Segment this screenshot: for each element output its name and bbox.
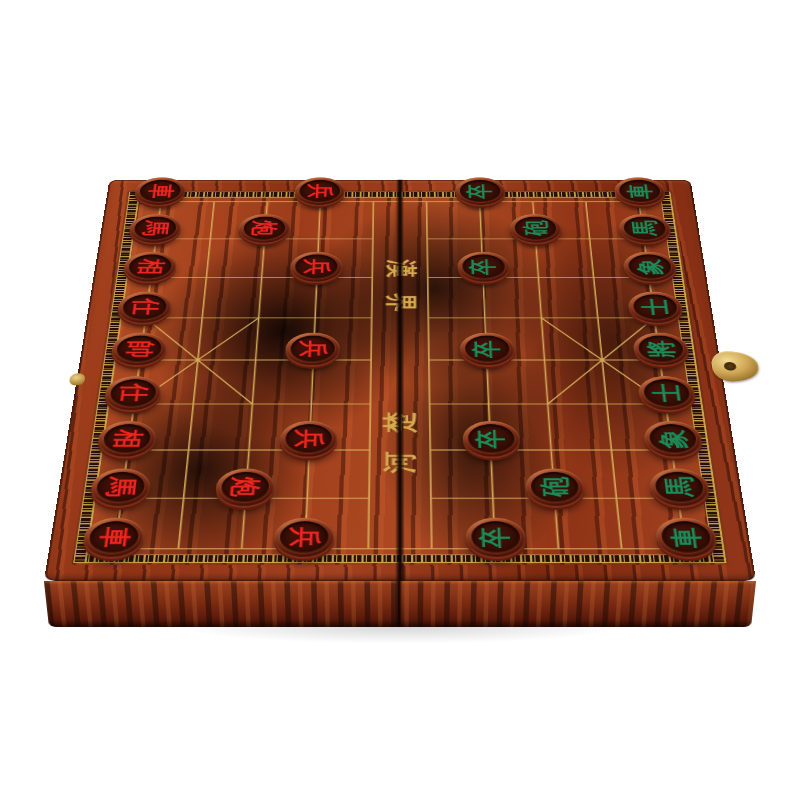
piece-red-advisor[interactable]: 仕: [116, 291, 173, 322]
piece-disc: 車: [81, 518, 146, 557]
piece-character: 車: [146, 184, 175, 199]
piece-green-soldier[interactable]: 卒: [465, 518, 526, 557]
piece-green-cannon[interactable]: 砲: [510, 214, 563, 243]
river-character: 漢: [378, 260, 421, 278]
piece-character: 象: [656, 429, 689, 448]
piece-green-cannon[interactable]: 砲: [525, 468, 586, 505]
piece-green-advisor[interactable]: 士: [627, 291, 684, 322]
piece-character: 相: [135, 259, 165, 275]
piece-disc: 象: [642, 421, 703, 456]
xiangqi-board: 漢 界 楚 河 車馬相仕帥仕相馬車炮炮兵兵兵兵兵卒卒卒卒卒砲砲車馬象士將士象馬車: [44, 180, 756, 581]
piece-disc: 砲: [525, 468, 586, 505]
clasp-hole: [723, 362, 737, 371]
piece-red-soldier[interactable]: 兵: [294, 177, 345, 204]
piece-disc: 相: [122, 252, 178, 282]
piece-green-soldier[interactable]: 卒: [462, 421, 520, 456]
piece-red-soldier[interactable]: 兵: [285, 333, 341, 365]
piece-character: 砲: [539, 477, 572, 497]
piece-character: 士: [651, 384, 683, 402]
piece-disc: 帥: [110, 333, 169, 365]
piece-red-soldier[interactable]: 兵: [274, 518, 335, 557]
piece-green-soldier[interactable]: 卒: [459, 333, 515, 365]
piece-green-advisor[interactable]: 士: [637, 376, 697, 410]
piece-character: 兵: [293, 429, 324, 448]
piece-disc: 相: [96, 421, 157, 456]
piece-red-advisor[interactable]: 仕: [103, 376, 163, 410]
piece-disc: 車: [613, 177, 666, 204]
piece-character: 卒: [466, 184, 493, 199]
piece-character: 馬: [630, 220, 659, 235]
brass-clasp-latch[interactable]: [710, 351, 761, 381]
piece-disc: 將: [632, 333, 691, 365]
piece-green-horse[interactable]: 馬: [618, 214, 673, 243]
piece-disc: 象: [622, 252, 678, 282]
piece-character: 馬: [104, 477, 138, 497]
piece-character: 炮: [250, 220, 278, 235]
piece-red-horse[interactable]: 馬: [128, 214, 183, 243]
piece-green-soldier[interactable]: 卒: [455, 177, 506, 204]
piece-red-chariot[interactable]: 車: [81, 518, 146, 557]
piece-red-general[interactable]: 帥: [110, 333, 169, 365]
piece-disc: 士: [637, 376, 697, 410]
piece-red-elephant[interactable]: 相: [122, 252, 178, 282]
piece-character: 兵: [288, 527, 321, 548]
piece-disc: 馬: [648, 468, 711, 505]
piece-character: 卒: [475, 429, 506, 448]
piece-disc: 兵: [274, 518, 335, 557]
piece-red-cannon[interactable]: 炮: [237, 214, 290, 243]
piece-character: 卒: [479, 527, 512, 548]
piece-character: 卒: [472, 340, 502, 357]
piece-character: 象: [635, 259, 665, 275]
piece-green-soldier[interactable]: 卒: [457, 252, 510, 282]
piece-character: 兵: [306, 184, 333, 199]
piece-character: 馬: [662, 477, 696, 497]
piece-red-soldier[interactable]: 兵: [290, 252, 343, 282]
piece-character: 車: [97, 527, 132, 548]
piece-disc: 車: [133, 177, 186, 204]
piece-character: 車: [625, 184, 654, 199]
piece-disc: 卒: [455, 177, 506, 204]
piece-disc: 仕: [103, 376, 163, 410]
piece-disc: 仕: [116, 291, 173, 322]
piece-green-horse[interactable]: 馬: [648, 468, 711, 505]
piece-character: 馬: [141, 220, 170, 235]
piece-red-horse[interactable]: 馬: [89, 468, 152, 505]
piece-character: 仕: [129, 298, 160, 315]
piece-disc: 卒: [459, 333, 515, 365]
river-character: 界: [378, 293, 422, 312]
piece-disc: 兵: [290, 252, 343, 282]
piece-green-chariot[interactable]: 車: [613, 177, 666, 204]
piece-character: 砲: [522, 220, 550, 235]
piece-green-elephant[interactable]: 象: [642, 421, 703, 456]
piece-disc: 馬: [618, 214, 673, 243]
piece-character: 車: [669, 527, 704, 548]
box-front-face: [44, 581, 756, 627]
piece-green-chariot[interactable]: 車: [654, 518, 719, 557]
piece-character: 兵: [302, 259, 331, 275]
piece-disc: 卒: [457, 252, 510, 282]
perspective-wrapper: 漢 界 楚 河 車馬相仕帥仕相馬車炮炮兵兵兵兵兵卒卒卒卒卒砲砲車馬象士將士象馬車: [80, 30, 720, 690]
piece-character: 帥: [123, 340, 154, 357]
piece-disc: 兵: [285, 333, 341, 365]
piece-character: 相: [111, 429, 144, 448]
piece-character: 卒: [469, 259, 498, 275]
piece-disc: 卒: [465, 518, 526, 557]
piece-character: 炮: [228, 477, 261, 497]
piece-disc: 卒: [462, 421, 520, 456]
piece-disc: 炮: [237, 214, 290, 243]
piece-red-chariot[interactable]: 車: [133, 177, 186, 204]
piece-disc: 兵: [280, 421, 338, 456]
product-photo-scene: 漢 界 楚 河 車馬相仕帥仕相馬車炮炮兵兵兵兵兵卒卒卒卒卒砲砲車馬象士將士象馬車: [0, 0, 800, 800]
piece-red-soldier[interactable]: 兵: [280, 421, 338, 456]
piece-green-elephant[interactable]: 象: [622, 252, 678, 282]
piece-red-elephant[interactable]: 相: [96, 421, 157, 456]
piece-disc: 士: [627, 291, 684, 322]
pieces-layer: 車馬相仕帥仕相馬車炮炮兵兵兵兵兵卒卒卒卒卒砲砲車馬象士將士象馬車: [44, 180, 756, 581]
box-front-seam: [396, 581, 403, 627]
piece-character: 士: [640, 298, 671, 315]
piece-disc: 車: [654, 518, 719, 557]
piece-character: 仕: [117, 384, 149, 402]
piece-character: 兵: [298, 340, 328, 357]
piece-red-cannon[interactable]: 炮: [214, 468, 275, 505]
piece-green-general[interactable]: 將: [632, 333, 691, 365]
piece-disc: 兵: [294, 177, 345, 204]
piece-disc: 馬: [128, 214, 183, 243]
piece-disc: 馬: [89, 468, 152, 505]
piece-character: 將: [645, 340, 676, 357]
piece-disc: 炮: [214, 468, 275, 505]
piece-disc: 砲: [510, 214, 563, 243]
